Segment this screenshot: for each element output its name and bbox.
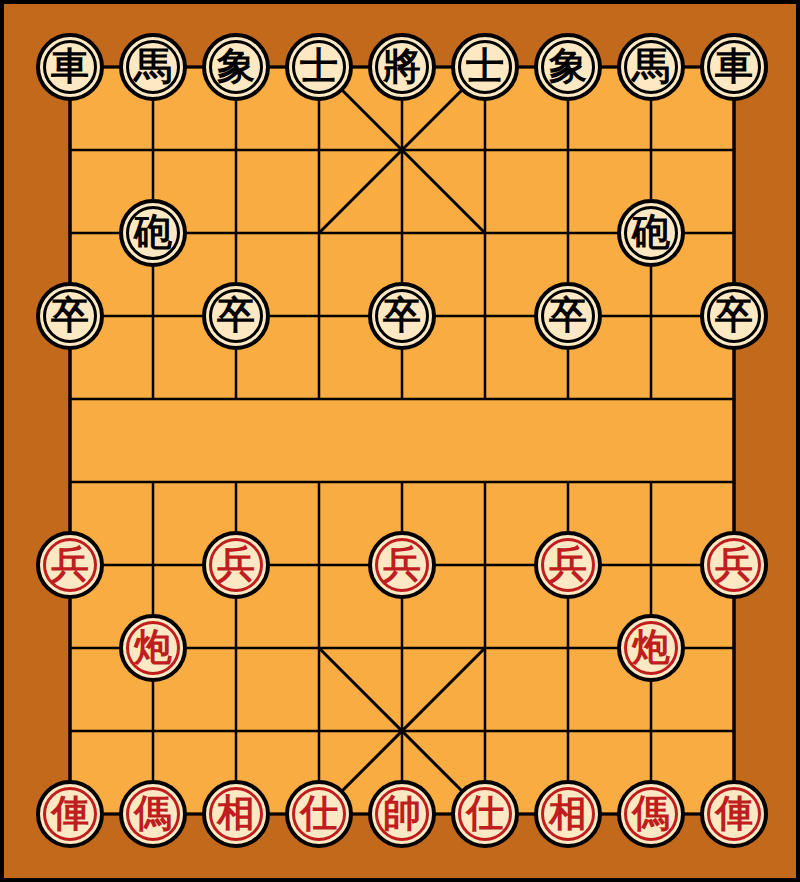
red-piece-ring: 炮 (624, 621, 678, 675)
black-piece-ring: 馬 (624, 40, 678, 94)
black-soldier[interactable]: 卒 (368, 282, 436, 350)
black-piece-ring: 卒 (209, 289, 263, 343)
black-cannon[interactable]: 砲 (617, 199, 685, 267)
red-piece-ring: 俥 (43, 787, 97, 841)
black-piece-ring: 卒 (541, 289, 595, 343)
black-soldier[interactable]: 卒 (534, 282, 602, 350)
piece-glyph: 卒 (383, 296, 421, 334)
red-soldier[interactable]: 兵 (202, 531, 270, 599)
red-advisor[interactable]: 仕 (451, 780, 519, 848)
piece-glyph: 炮 (632, 628, 670, 666)
red-soldier[interactable]: 兵 (700, 531, 768, 599)
piece-glyph: 相 (549, 794, 587, 832)
red-soldier[interactable]: 兵 (368, 531, 436, 599)
piece-glyph: 卒 (51, 296, 89, 334)
piece-glyph: 士 (300, 47, 338, 85)
black-piece-ring: 車 (707, 40, 761, 94)
black-chariot[interactable]: 車 (36, 33, 104, 101)
red-elephant[interactable]: 相 (534, 780, 602, 848)
black-piece-ring: 象 (541, 40, 595, 94)
black-soldier[interactable]: 卒 (36, 282, 104, 350)
black-cannon[interactable]: 砲 (119, 199, 187, 267)
black-piece-ring: 砲 (126, 206, 180, 260)
black-piece-ring: 卒 (43, 289, 97, 343)
piece-glyph: 將 (383, 47, 421, 85)
piece-glyph: 俥 (715, 794, 753, 832)
black-advisor[interactable]: 士 (285, 33, 353, 101)
piece-glyph: 仕 (466, 794, 504, 832)
red-elephant[interactable]: 相 (202, 780, 270, 848)
piece-glyph: 俥 (51, 794, 89, 832)
piece-glyph: 象 (217, 47, 255, 85)
black-piece-ring: 馬 (126, 40, 180, 94)
piece-glyph: 兵 (383, 545, 421, 583)
piece-glyph: 兵 (217, 545, 255, 583)
black-piece-ring: 士 (458, 40, 512, 94)
red-cannon[interactable]: 炮 (617, 614, 685, 682)
black-piece-ring: 象 (209, 40, 263, 94)
red-soldier[interactable]: 兵 (36, 531, 104, 599)
piece-glyph: 車 (51, 47, 89, 85)
black-elephant[interactable]: 象 (202, 33, 270, 101)
black-piece-ring: 卒 (375, 289, 429, 343)
black-piece-ring: 車 (43, 40, 97, 94)
piece-glyph: 砲 (134, 213, 172, 251)
red-chariot[interactable]: 俥 (700, 780, 768, 848)
red-general[interactable]: 帥 (368, 780, 436, 848)
piece-glyph: 車 (715, 47, 753, 85)
black-horse[interactable]: 馬 (119, 33, 187, 101)
red-piece-ring: 傌 (126, 787, 180, 841)
black-piece-ring: 將 (375, 40, 429, 94)
piece-glyph: 砲 (632, 213, 670, 251)
piece-glyph: 馬 (632, 47, 670, 85)
red-piece-ring: 相 (541, 787, 595, 841)
xiangqi-board: 車馬象士將士象馬車砲砲卒卒卒卒卒兵兵兵兵兵炮炮俥傌相仕帥仕相傌俥 (0, 0, 800, 882)
red-soldier[interactable]: 兵 (534, 531, 602, 599)
piece-glyph: 象 (549, 47, 587, 85)
piece-glyph: 仕 (300, 794, 338, 832)
red-piece-ring: 傌 (624, 787, 678, 841)
red-horse[interactable]: 傌 (617, 780, 685, 848)
black-elephant[interactable]: 象 (534, 33, 602, 101)
black-piece-ring: 士 (292, 40, 346, 94)
piece-glyph: 傌 (134, 794, 172, 832)
piece-glyph: 卒 (217, 296, 255, 334)
piece-glyph: 傌 (632, 794, 670, 832)
piece-glyph: 帥 (383, 794, 421, 832)
black-soldier[interactable]: 卒 (700, 282, 768, 350)
red-horse[interactable]: 傌 (119, 780, 187, 848)
red-piece-ring: 俥 (707, 787, 761, 841)
black-advisor[interactable]: 士 (451, 33, 519, 101)
piece-glyph: 卒 (549, 296, 587, 334)
red-piece-ring: 仕 (292, 787, 346, 841)
red-piece-ring: 帥 (375, 787, 429, 841)
red-piece-ring: 炮 (126, 621, 180, 675)
piece-glyph: 相 (217, 794, 255, 832)
black-horse[interactable]: 馬 (617, 33, 685, 101)
piece-glyph: 卒 (715, 296, 753, 334)
piece-glyph: 士 (466, 47, 504, 85)
piece-glyph: 兵 (715, 545, 753, 583)
red-piece-ring: 兵 (43, 538, 97, 592)
red-piece-ring: 兵 (209, 538, 263, 592)
red-piece-ring: 仕 (458, 787, 512, 841)
piece-glyph: 兵 (549, 545, 587, 583)
black-piece-ring: 卒 (707, 289, 761, 343)
red-advisor[interactable]: 仕 (285, 780, 353, 848)
black-piece-ring: 砲 (624, 206, 678, 260)
black-soldier[interactable]: 卒 (202, 282, 270, 350)
red-piece-ring: 相 (209, 787, 263, 841)
red-piece-ring: 兵 (707, 538, 761, 592)
pieces-layer: 車馬象士將士象馬車砲砲卒卒卒卒卒兵兵兵兵兵炮炮俥傌相仕帥仕相傌俥 (0, 0, 800, 882)
piece-glyph: 馬 (134, 47, 172, 85)
black-chariot[interactable]: 車 (700, 33, 768, 101)
red-piece-ring: 兵 (541, 538, 595, 592)
red-piece-ring: 兵 (375, 538, 429, 592)
red-chariot[interactable]: 俥 (36, 780, 104, 848)
red-cannon[interactable]: 炮 (119, 614, 187, 682)
piece-glyph: 兵 (51, 545, 89, 583)
piece-glyph: 炮 (134, 628, 172, 666)
black-general[interactable]: 將 (368, 33, 436, 101)
